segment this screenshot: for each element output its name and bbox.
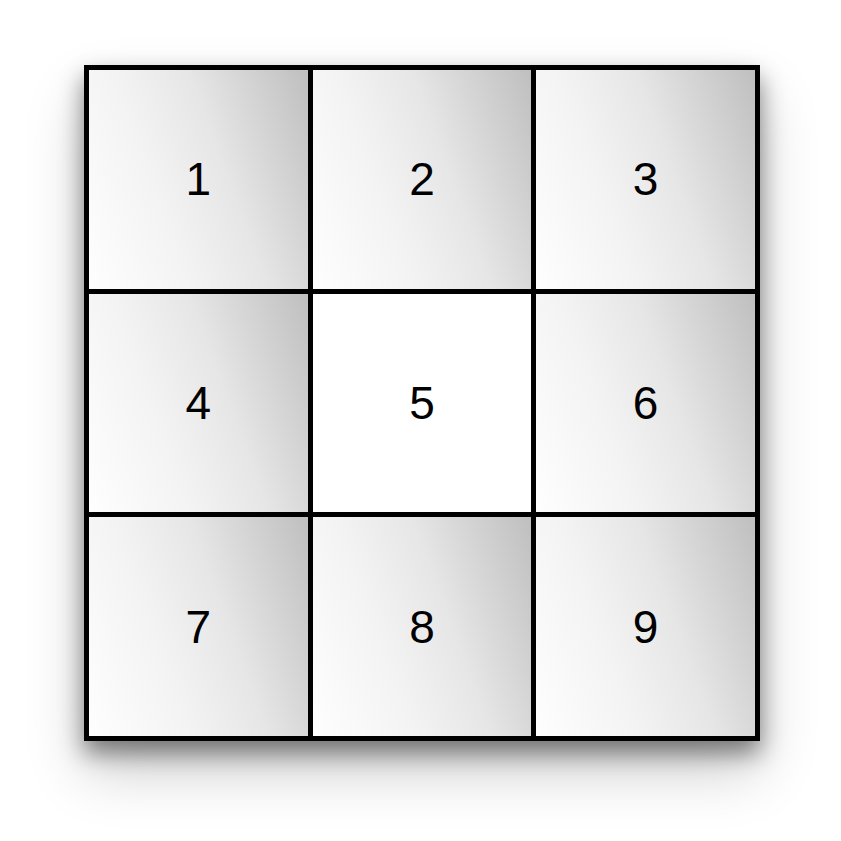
cell-9[interactable]: 9: [536, 517, 755, 736]
cell-2[interactable]: 2: [313, 70, 532, 289]
cell-7[interactable]: 7: [89, 517, 308, 736]
cell-5[interactable]: 5: [313, 294, 532, 513]
cell-8[interactable]: 8: [313, 517, 532, 736]
grid-board: 123456789: [84, 65, 760, 741]
cell-3[interactable]: 3: [536, 70, 755, 289]
cell-6[interactable]: 6: [536, 294, 755, 513]
page-background: 123456789: [0, 0, 841, 841]
cell-4[interactable]: 4: [89, 294, 308, 513]
cell-1[interactable]: 1: [89, 70, 308, 289]
